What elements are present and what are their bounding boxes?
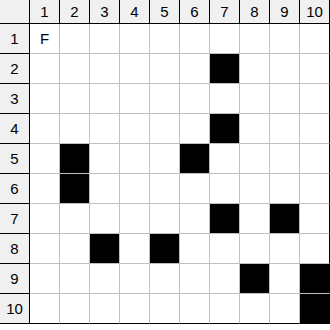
cell-r9-c6[interactable] [180,264,210,294]
column-header-1: 1 [30,0,60,24]
cell-r9-c3[interactable] [90,264,120,294]
black-cell-r4-c7[interactable] [210,114,240,144]
cell-r10-c2[interactable] [60,294,90,324]
puzzle-page: 123456789101F2345678910 [0,0,330,330]
column-header-2: 2 [60,0,90,24]
cell-r6-c7[interactable] [210,174,240,204]
cell-r4-c1[interactable] [30,114,60,144]
black-cell-r5-c6[interactable] [180,144,210,174]
cell-r8-c6[interactable] [180,234,210,264]
column-header-5: 5 [150,0,180,24]
cell-r4-c8[interactable] [240,114,270,144]
cell-r9-c5[interactable] [150,264,180,294]
row-header-3: 3 [0,84,30,114]
black-cell-r5-c2[interactable] [60,144,90,174]
cell-r3-c4[interactable] [120,84,150,114]
cell-r6-c3[interactable] [90,174,120,204]
cell-r3-c3[interactable] [90,84,120,114]
cell-r10-c9[interactable] [270,294,300,324]
cell-r10-c1[interactable] [30,294,60,324]
black-cell-r7-c7[interactable] [210,204,240,234]
cell-r7-c3[interactable] [90,204,120,234]
column-header-4: 4 [120,0,150,24]
black-cell-r8-c3[interactable] [90,234,120,264]
cell-r7-c4[interactable] [120,204,150,234]
black-cell-r2-c7[interactable] [210,54,240,84]
cell-r2-c10[interactable] [300,54,330,84]
cell-r5-c9[interactable] [270,144,300,174]
cell-r3-c1[interactable] [30,84,60,114]
cell-r7-c10[interactable] [300,204,330,234]
cell-r9-c7[interactable] [210,264,240,294]
cell-r3-c10[interactable] [300,84,330,114]
cell-r6-c6[interactable] [180,174,210,204]
cell-r8-c4[interactable] [120,234,150,264]
cell-r1-c9[interactable] [270,24,300,54]
column-header-8: 8 [240,0,270,24]
column-header-6: 6 [180,0,210,24]
cell-r8-c9[interactable] [270,234,300,264]
cell-r5-c8[interactable] [240,144,270,174]
cell-r4-c3[interactable] [90,114,120,144]
cell-r3-c9[interactable] [270,84,300,114]
cell-r6-c4[interactable] [120,174,150,204]
column-header-10: 10 [300,0,330,24]
cell-r4-c4[interactable] [120,114,150,144]
cell-r5-c7[interactable] [210,144,240,174]
cell-r2-c4[interactable] [120,54,150,84]
cell-r9-c2[interactable] [60,264,90,294]
cell-r2-c2[interactable] [60,54,90,84]
black-cell-r9-c10[interactable] [300,264,330,294]
row-header-2: 2 [0,54,30,84]
black-cell-r6-c2[interactable] [60,174,90,204]
column-header-9: 9 [270,0,300,24]
cell-r10-c8[interactable] [240,294,270,324]
cell-r1-c8[interactable] [240,24,270,54]
cell-r8-c7[interactable] [210,234,240,264]
cell-r3-c8[interactable] [240,84,270,114]
row-header-10: 10 [0,294,30,324]
cell-r5-c3[interactable] [90,144,120,174]
column-header-7: 7 [210,0,240,24]
cell-r7-c6[interactable] [180,204,210,234]
cell-r5-c4[interactable] [120,144,150,174]
cell-r9-c9[interactable] [270,264,300,294]
cell-r4-c10[interactable] [300,114,330,144]
cell-r2-c9[interactable] [270,54,300,84]
cell-r4-c9[interactable] [270,114,300,144]
cell-r1-c3[interactable] [90,24,120,54]
cell-r4-c6[interactable] [180,114,210,144]
puzzle-grid: 123456789101F2345678910 [0,0,330,324]
cell-r9-c1[interactable] [30,264,60,294]
row-header-7: 7 [0,204,30,234]
cell-r5-c5[interactable] [150,144,180,174]
cell-r3-c2[interactable] [60,84,90,114]
black-cell-r10-c10[interactable] [300,294,330,324]
cell-r8-c2[interactable] [60,234,90,264]
cell-r2-c3[interactable] [90,54,120,84]
cell-r8-c1[interactable] [30,234,60,264]
cell-r10-c3[interactable] [90,294,120,324]
black-cell-r9-c8[interactable] [240,264,270,294]
cell-r7-c2[interactable] [60,204,90,234]
row-header-9: 9 [0,264,30,294]
cell-r2-c6[interactable] [180,54,210,84]
cell-r6-c1[interactable] [30,174,60,204]
cell-r9-c4[interactable] [120,264,150,294]
cell-r7-c8[interactable] [240,204,270,234]
cell-r5-c1[interactable] [30,144,60,174]
row-header-4: 4 [0,114,30,144]
cell-r7-c1[interactable] [30,204,60,234]
cell-r3-c5[interactable] [150,84,180,114]
row-header-8: 8 [0,234,30,264]
cell-r1-c7[interactable] [210,24,240,54]
cell-r5-c10[interactable] [300,144,330,174]
column-header-3: 3 [90,0,120,24]
cell-r6-c8[interactable] [240,174,270,204]
row-header-5: 5 [0,144,30,174]
flag-cell-r1-c1[interactable]: F [30,24,60,54]
cell-r1-c10[interactable] [300,24,330,54]
cell-r6-c5[interactable] [150,174,180,204]
cell-r1-c4[interactable] [120,24,150,54]
cell-r10-c4[interactable] [120,294,150,324]
row-header-6: 6 [0,174,30,204]
cell-r8-c10[interactable] [300,234,330,264]
cell-r6-c9[interactable] [270,174,300,204]
cell-r6-c10[interactable] [300,174,330,204]
cell-r10-c7[interactable] [210,294,240,324]
cell-r2-c5[interactable] [150,54,180,84]
row-header-1: 1 [0,24,30,54]
corner-header-cell [0,0,30,24]
cell-r10-c5[interactable] [150,294,180,324]
cell-r4-c2[interactable] [60,114,90,144]
cell-r1-c2[interactable] [60,24,90,54]
cell-r4-c5[interactable] [150,114,180,144]
cell-r1-c5[interactable] [150,24,180,54]
cell-r10-c6[interactable] [180,294,210,324]
cell-r3-c7[interactable] [210,84,240,114]
cell-r2-c1[interactable] [30,54,60,84]
black-cell-r8-c5[interactable] [150,234,180,264]
cell-r1-c6[interactable] [180,24,210,54]
cell-r2-c8[interactable] [240,54,270,84]
cell-r8-c8[interactable] [240,234,270,264]
black-cell-r7-c9[interactable] [270,204,300,234]
cell-r7-c5[interactable] [150,204,180,234]
cell-r3-c6[interactable] [180,84,210,114]
